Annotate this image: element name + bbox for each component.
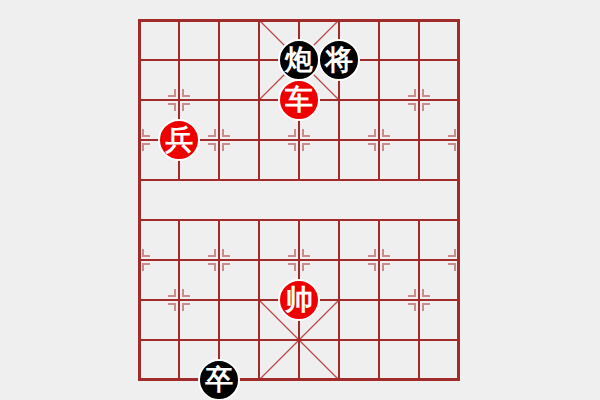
board-gridline-vertical bbox=[378, 219, 380, 381]
star-point-mark bbox=[382, 129, 390, 137]
star-point-mark bbox=[288, 263, 296, 271]
piece-black-soldier[interactable]: 卒 bbox=[198, 359, 240, 400]
star-point-mark bbox=[302, 129, 310, 137]
piece-red-soldier[interactable]: 兵 bbox=[158, 119, 200, 161]
piece-red-chariot[interactable]: 车 bbox=[278, 79, 320, 121]
board-gridline-vertical bbox=[418, 19, 420, 181]
star-point-mark bbox=[368, 249, 376, 257]
board-gridline-vertical bbox=[418, 219, 420, 381]
star-point-mark bbox=[288, 249, 296, 257]
star-point-mark bbox=[182, 103, 190, 111]
star-point-mark bbox=[222, 129, 230, 137]
star-point-mark bbox=[142, 129, 150, 137]
star-point-mark bbox=[142, 249, 150, 257]
star-point-mark bbox=[142, 143, 150, 151]
board-gridline-vertical bbox=[457, 19, 460, 381]
star-point-mark bbox=[208, 249, 216, 257]
star-point-mark bbox=[302, 143, 310, 151]
star-point-mark bbox=[208, 129, 216, 137]
star-point-mark bbox=[408, 289, 416, 297]
star-point-mark bbox=[222, 249, 230, 257]
star-point-mark bbox=[302, 263, 310, 271]
star-point-mark bbox=[408, 303, 416, 311]
board-gridline-vertical bbox=[218, 19, 220, 181]
star-point-mark bbox=[168, 103, 176, 111]
star-point-mark bbox=[368, 143, 376, 151]
star-point-mark bbox=[448, 129, 456, 137]
star-point-mark bbox=[368, 263, 376, 271]
board-gridline-vertical bbox=[138, 19, 141, 381]
star-point-mark bbox=[382, 143, 390, 151]
star-point-mark bbox=[182, 89, 190, 97]
star-point-mark bbox=[168, 89, 176, 97]
star-point-mark bbox=[288, 129, 296, 137]
board-gridline-vertical bbox=[258, 19, 260, 181]
star-point-mark bbox=[448, 143, 456, 151]
star-point-mark bbox=[408, 103, 416, 111]
star-point-mark bbox=[142, 263, 150, 271]
star-point-mark bbox=[288, 143, 296, 151]
star-point-mark bbox=[368, 129, 376, 137]
star-point-mark bbox=[422, 303, 430, 311]
board-gridline-vertical bbox=[378, 19, 380, 181]
star-point-mark bbox=[382, 263, 390, 271]
star-point-mark bbox=[422, 89, 430, 97]
star-point-mark bbox=[168, 303, 176, 311]
star-point-mark bbox=[408, 89, 416, 97]
board-gridline-vertical bbox=[258, 219, 260, 381]
star-point-mark bbox=[448, 249, 456, 257]
board-gridline-vertical bbox=[338, 219, 340, 381]
star-point-mark bbox=[222, 263, 230, 271]
piece-black-cannon[interactable]: 炮 bbox=[278, 39, 320, 81]
star-point-mark bbox=[422, 289, 430, 297]
star-point-mark bbox=[208, 263, 216, 271]
piece-red-general[interactable]: 帅 bbox=[278, 279, 320, 321]
board-gridline-vertical bbox=[218, 219, 220, 381]
star-point-mark bbox=[168, 289, 176, 297]
piece-black-general[interactable]: 将 bbox=[318, 39, 360, 81]
star-point-mark bbox=[448, 263, 456, 271]
star-point-mark bbox=[302, 249, 310, 257]
page-background: { "game": "xiangqi", "position": { "fen"… bbox=[0, 0, 600, 400]
star-point-mark bbox=[182, 303, 190, 311]
board-gridline-vertical bbox=[178, 219, 180, 381]
star-point-mark bbox=[222, 143, 230, 151]
xiangqi-board[interactable]: 炮将车兵帅卒 bbox=[139, 20, 459, 380]
star-point-mark bbox=[422, 103, 430, 111]
star-point-mark bbox=[208, 143, 216, 151]
star-point-mark bbox=[382, 249, 390, 257]
star-point-mark bbox=[182, 289, 190, 297]
